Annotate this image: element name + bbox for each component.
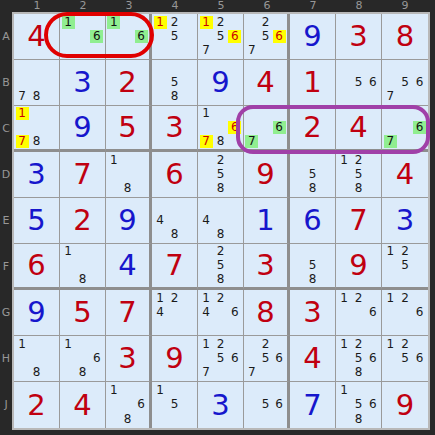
candidate-8-H1: 8 — [30, 366, 43, 379]
cell-value-D6: 9 — [244, 152, 287, 197]
cell-value-J9: 9 — [382, 382, 428, 428]
candidate-grid-H5: 12567 — [199, 337, 242, 380]
candidate-grid-H6: 2567 — [245, 337, 286, 380]
cell-A6[interactable]: 2567 — [244, 14, 290, 60]
cell-E1[interactable]: 5 — [14, 198, 60, 244]
cell-J5[interactable]: 3 — [198, 382, 244, 428]
col-label-8: 8 — [336, 0, 382, 12]
candidate-5-B9: 5 — [398, 76, 411, 89]
candidate-grid-H2: 168 — [61, 337, 104, 380]
cell-J1[interactable]: 2 — [14, 382, 60, 428]
candidate-7-C5: 7 — [200, 135, 213, 148]
cell-value-H7: 4 — [290, 336, 335, 381]
col-label-1: 1 — [14, 0, 60, 12]
candidate-8-D8: 8 — [352, 182, 365, 195]
candidate-2-H6: 2 — [259, 338, 272, 351]
candidate-5-F5: 5 — [214, 259, 227, 272]
row-label-J: J — [0, 382, 12, 428]
cell-G7[interactable]: 3 — [290, 290, 336, 336]
candidate-2-G9: 2 — [398, 292, 411, 305]
candidate-8-D7: 8 — [306, 182, 319, 195]
candidate-7-B9: 7 — [384, 90, 397, 103]
candidate-7-C1: 7 — [16, 135, 29, 148]
candidate-6-A6: 6 — [273, 30, 286, 43]
cell-J8[interactable]: 1568 — [336, 382, 382, 428]
cell-G1[interactable]: 9 — [14, 290, 60, 336]
candidate-1-H2: 1 — [62, 338, 75, 351]
cell-value-E2: 2 — [60, 198, 105, 243]
candidate-grid-C9: 67 — [383, 107, 427, 148]
candidate-1-H8: 1 — [338, 338, 351, 351]
cell-B3[interactable]: 2 — [106, 60, 152, 106]
cell-A5[interactable]: 12567 — [198, 14, 244, 60]
candidate-8-C1: 8 — [30, 135, 43, 148]
candidate-grid-E5: 48 — [199, 199, 242, 242]
cell-value-E3: 9 — [106, 198, 149, 243]
cell-J3[interactable]: 168 — [106, 382, 152, 428]
candidate-2-A5: 2 — [214, 16, 227, 29]
candidate-6-J6: 6 — [273, 398, 286, 411]
col-label-5: 5 — [198, 0, 244, 12]
cell-A9[interactable]: 8 — [382, 14, 428, 60]
candidate-1-H5: 1 — [200, 338, 213, 351]
candidate-6-H8: 6 — [366, 352, 379, 365]
candidate-1-H9: 1 — [384, 338, 397, 351]
cell-A1[interactable]: 4 — [14, 14, 60, 60]
cell-H8[interactable]: 12568 — [336, 336, 382, 382]
cell-H6[interactable]: 2567 — [244, 336, 290, 382]
row-label-D: D — [0, 152, 12, 198]
cell-G2[interactable]: 5 — [60, 290, 106, 336]
candidate-8-B4: 8 — [168, 90, 181, 103]
candidate-5-H5: 5 — [214, 352, 227, 365]
cell-J6[interactable]: 56 — [244, 382, 290, 428]
candidate-grid-J6: 56 — [245, 383, 286, 427]
candidate-grid-H9: 1256 — [383, 337, 427, 380]
candidate-1-A3: 1 — [107, 16, 120, 29]
candidate-grid-D3: 18 — [107, 153, 148, 196]
cell-value-D2: 7 — [60, 152, 105, 197]
cell-E7[interactable]: 6 — [290, 198, 336, 244]
candidate-6-A5: 6 — [228, 30, 241, 43]
cell-G6[interactable]: 8 — [244, 290, 290, 336]
candidate-4-G4: 4 — [154, 306, 167, 319]
candidate-grid-C1: 178 — [15, 107, 58, 148]
cell-H2[interactable]: 168 — [60, 336, 106, 382]
candidate-8-E4: 8 — [168, 228, 181, 241]
cell-B9[interactable]: 567 — [382, 60, 428, 106]
cell-value-J2: 4 — [60, 382, 105, 428]
cell-D3[interactable]: 18 — [106, 152, 152, 198]
cell-A7[interactable]: 9 — [290, 14, 336, 60]
candidate-grid-E4: 48 — [153, 199, 196, 242]
cell-D4[interactable]: 6 — [152, 152, 198, 198]
candidate-grid-A6: 2567 — [245, 15, 286, 58]
cell-value-A8: 3 — [336, 14, 381, 59]
candidate-5-F7: 5 — [306, 259, 319, 272]
candidate-grid-J3: 168 — [107, 383, 148, 427]
cell-value-F8: 9 — [336, 244, 381, 287]
candidate-4-E5: 4 — [200, 214, 213, 227]
cell-value-H3: 3 — [106, 336, 149, 381]
candidate-grid-G4: 124 — [153, 291, 196, 334]
cell-A4[interactable]: 125 — [152, 14, 198, 60]
candidate-2-F5: 2 — [214, 245, 227, 258]
candidate-1-H1: 1 — [16, 338, 29, 351]
candidate-6-J3: 6 — [135, 398, 148, 411]
cell-E9[interactable]: 3 — [382, 198, 428, 244]
cell-value-J5: 3 — [198, 382, 243, 428]
row-label-G: G — [0, 290, 12, 336]
candidate-5-J8: 5 — [352, 398, 365, 411]
cell-J7[interactable]: 7 — [290, 382, 336, 428]
candidate-grid-B4: 58 — [153, 61, 196, 104]
candidate-1-D3: 1 — [107, 154, 120, 167]
cell-value-A7: 9 — [290, 14, 335, 59]
candidate-6-A3: 6 — [135, 30, 148, 43]
cell-A3[interactable]: 16 — [106, 14, 152, 60]
cell-value-C3: 5 — [106, 106, 149, 149]
candidate-grid-D8: 1258 — [337, 153, 380, 196]
candidate-6-G8: 6 — [366, 306, 379, 319]
candidate-6-B8: 6 — [366, 76, 379, 89]
cell-F4[interactable]: 7 — [152, 244, 198, 290]
cell-C7[interactable]: 2 — [290, 106, 336, 152]
cell-value-D9: 4 — [382, 152, 428, 197]
cell-D8[interactable]: 1258 — [336, 152, 382, 198]
col-label-9: 9 — [382, 0, 428, 12]
candidate-6-H5: 6 — [228, 352, 241, 365]
cell-B8[interactable]: 56 — [336, 60, 382, 106]
candidate-grid-G5: 1246 — [199, 291, 242, 334]
candidate-5-D7: 5 — [306, 168, 319, 181]
cell-H7[interactable]: 4 — [290, 336, 336, 382]
row-label-F: F — [0, 244, 12, 290]
cell-value-E9: 3 — [382, 198, 428, 243]
cell-G9[interactable]: 126 — [382, 290, 428, 336]
candidate-grid-G8: 126 — [337, 291, 380, 334]
candidate-6-H9: 6 — [413, 352, 426, 365]
cell-D9[interactable]: 4 — [382, 152, 428, 198]
row-labels: ABCDEFGHJ — [0, 14, 12, 428]
candidate-5-A6: 5 — [259, 30, 272, 43]
cell-G4[interactable]: 124 — [152, 290, 198, 336]
candidate-1-G9: 1 — [384, 292, 397, 305]
cell-value-F1: 6 — [14, 244, 59, 287]
candidate-1-A5: 1 — [200, 16, 213, 29]
candidate-8-C5: 8 — [214, 135, 227, 148]
cell-F3[interactable]: 4 — [106, 244, 152, 290]
cell-C8[interactable]: 4 — [336, 106, 382, 152]
candidate-5-D5: 5 — [214, 168, 227, 181]
candidate-7-H6: 7 — [245, 366, 258, 379]
cell-value-A9: 8 — [382, 14, 428, 59]
candidate-2-H8: 2 — [352, 338, 365, 351]
candidate-8-F2: 8 — [76, 273, 89, 286]
cell-C5[interactable]: 1678 — [198, 106, 244, 152]
candidate-grid-C5: 1678 — [199, 107, 242, 148]
candidate-6-C9: 6 — [413, 121, 426, 134]
col-label-3: 3 — [106, 0, 152, 12]
candidate-grid-D7: 58 — [291, 153, 334, 196]
candidate-grid-A5: 12567 — [199, 15, 242, 58]
cell-value-B5: 9 — [198, 60, 243, 105]
cell-F9[interactable]: 125 — [382, 244, 428, 290]
cell-J2[interactable]: 4 — [60, 382, 106, 428]
cell-value-B2: 3 — [60, 60, 105, 105]
candidate-8-H8: 8 — [352, 366, 365, 379]
candidate-7-H5: 7 — [200, 366, 213, 379]
cell-G8[interactable]: 126 — [336, 290, 382, 336]
cell-value-A1: 4 — [14, 14, 59, 59]
cell-A2[interactable]: 16 — [60, 14, 106, 60]
cell-value-F4: 7 — [152, 244, 197, 287]
row-label-A: A — [0, 14, 12, 60]
candidate-2-H5: 2 — [214, 338, 227, 351]
candidate-grid-A3: 16 — [107, 15, 148, 58]
candidate-2-F9: 2 — [398, 245, 411, 258]
candidate-4-E4: 4 — [154, 214, 167, 227]
row-label-B: B — [0, 60, 12, 106]
candidate-8-D5: 8 — [214, 182, 227, 195]
cell-value-G6: 8 — [244, 290, 287, 335]
candidate-8-E5: 8 — [214, 228, 227, 241]
candidate-2-G8: 2 — [352, 292, 365, 305]
candidate-1-F2: 1 — [62, 245, 75, 258]
cell-value-G7: 3 — [290, 290, 335, 335]
candidate-8-J3: 8 — [121, 413, 134, 426]
candidate-2-A6: 2 — [259, 16, 272, 29]
candidate-2-A4: 2 — [168, 16, 181, 29]
cell-F8[interactable]: 9 — [336, 244, 382, 290]
candidate-5-A4: 5 — [168, 30, 181, 43]
candidate-5-H8: 5 — [352, 352, 365, 365]
candidate-6-H6: 6 — [273, 352, 286, 365]
candidate-2-H9: 2 — [398, 338, 411, 351]
candidate-grid-H1: 18 — [15, 337, 58, 380]
candidate-1-G4: 1 — [154, 292, 167, 305]
candidate-8-F5: 8 — [214, 273, 227, 286]
cell-E5[interactable]: 48 — [198, 198, 244, 244]
candidate-6-C6: 6 — [273, 121, 286, 134]
candidate-6-G9: 6 — [413, 306, 426, 319]
candidate-5-J6: 5 — [259, 398, 272, 411]
row-label-E: E — [0, 198, 12, 244]
cell-B4[interactable]: 58 — [152, 60, 198, 106]
candidate-8-D3: 8 — [121, 182, 134, 195]
cell-E3[interactable]: 9 — [106, 198, 152, 244]
cell-D5[interactable]: 258 — [198, 152, 244, 198]
candidate-6-C5: 6 — [228, 121, 241, 134]
row-label-H: H — [0, 336, 12, 382]
candidate-6-H2: 6 — [90, 352, 103, 365]
candidate-6-J8: 6 — [366, 398, 379, 411]
sudoku-app: 123456789 ABCDEFGHJ 41616125125672567938… — [0, 0, 435, 435]
cell-F7[interactable]: 58 — [290, 244, 336, 290]
candidate-2-G4: 2 — [168, 292, 181, 305]
cell-value-F3: 4 — [106, 244, 149, 287]
candidate-2-D8: 2 — [352, 154, 365, 167]
candidate-grid-B8: 56 — [337, 61, 380, 104]
cell-C4[interactable]: 3 — [152, 106, 198, 152]
cell-F5[interactable]: 258 — [198, 244, 244, 290]
candidate-5-D8: 5 — [352, 168, 365, 181]
cell-value-E6: 1 — [244, 198, 287, 243]
candidate-grid-F9: 125 — [383, 245, 427, 286]
cell-value-G2: 5 — [60, 290, 105, 335]
cell-value-B6: 4 — [244, 60, 287, 105]
candidate-8-J8: 8 — [352, 413, 365, 426]
cell-value-C2: 9 — [60, 106, 105, 149]
cell-H3[interactable]: 3 — [106, 336, 152, 382]
col-label-2: 2 — [60, 0, 106, 12]
candidate-2-D5: 2 — [214, 154, 227, 167]
candidate-6-B9: 6 — [413, 76, 426, 89]
cell-C1[interactable]: 178 — [14, 106, 60, 152]
cell-H9[interactable]: 1256 — [382, 336, 428, 382]
candidate-7-C9: 7 — [384, 135, 397, 148]
cell-value-E7: 6 — [290, 198, 335, 243]
cell-C9[interactable]: 67 — [382, 106, 428, 152]
cell-H4[interactable]: 9 — [152, 336, 198, 382]
candidate-8-B1: 8 — [30, 90, 43, 103]
cell-value-C4: 3 — [152, 106, 197, 149]
cell-value-B3: 2 — [106, 60, 149, 105]
column-labels: 123456789 — [14, 0, 428, 12]
col-label-7: 7 — [290, 0, 336, 12]
cell-B2[interactable]: 3 — [60, 60, 106, 106]
candidate-8-H2: 8 — [76, 366, 89, 379]
col-label-6: 6 — [244, 0, 290, 12]
cell-G3[interactable]: 7 — [106, 290, 152, 336]
candidate-1-A2: 1 — [62, 16, 75, 29]
candidate-1-C5: 1 — [200, 107, 213, 120]
candidate-8-F7: 8 — [306, 273, 319, 286]
cell-value-D4: 6 — [152, 152, 197, 197]
cell-J4[interactable]: 15 — [152, 382, 198, 428]
cell-B7[interactable]: 1 — [290, 60, 336, 106]
candidate-grid-B1: 78 — [15, 61, 58, 104]
candidate-5-B8: 5 — [352, 76, 365, 89]
cell-value-J1: 2 — [14, 382, 59, 428]
cell-D6[interactable]: 9 — [244, 152, 290, 198]
cell-value-G3: 7 — [106, 290, 149, 335]
candidate-7-B1: 7 — [16, 90, 29, 103]
candidate-7-A6: 7 — [245, 44, 258, 57]
candidate-5-J4: 5 — [168, 398, 181, 411]
candidate-grid-G9: 126 — [383, 291, 427, 334]
candidate-5-A5: 5 — [214, 30, 227, 43]
cell-value-E8: 7 — [336, 198, 381, 243]
cell-E4[interactable]: 48 — [152, 198, 198, 244]
candidate-5-H9: 5 — [398, 352, 411, 365]
candidate-grid-B9: 567 — [383, 61, 427, 104]
cell-H5[interactable]: 12567 — [198, 336, 244, 382]
cell-value-B7: 1 — [290, 60, 335, 105]
cell-D7[interactable]: 58 — [290, 152, 336, 198]
candidate-1-A4: 1 — [154, 16, 167, 29]
candidate-grid-F2: 18 — [61, 245, 104, 286]
cell-J9[interactable]: 9 — [382, 382, 428, 428]
candidate-grid-D5: 258 — [199, 153, 242, 196]
cell-E2[interactable]: 2 — [60, 198, 106, 244]
candidate-grid-J4: 15 — [153, 383, 196, 427]
candidate-1-F9: 1 — [384, 245, 397, 258]
cell-B5[interactable]: 9 — [198, 60, 244, 106]
candidate-6-A2: 6 — [90, 30, 103, 43]
cell-F2[interactable]: 18 — [60, 244, 106, 290]
cell-G5[interactable]: 1246 — [198, 290, 244, 336]
cell-value-F6: 3 — [244, 244, 287, 287]
candidate-grid-C6: 67 — [245, 107, 286, 148]
candidate-7-A5: 7 — [200, 44, 213, 57]
cell-F1[interactable]: 6 — [14, 244, 60, 290]
candidate-grid-J8: 1568 — [337, 383, 380, 427]
candidate-grid-F7: 58 — [291, 245, 334, 286]
candidate-5-B4: 5 — [168, 76, 181, 89]
candidate-1-G8: 1 — [338, 292, 351, 305]
candidate-1-J3: 1 — [107, 384, 120, 397]
candidate-5-H6: 5 — [259, 352, 272, 365]
row-label-C: C — [0, 106, 12, 152]
cell-H1[interactable]: 18 — [14, 336, 60, 382]
candidate-7-C6: 7 — [245, 135, 258, 148]
cell-value-E1: 5 — [14, 198, 59, 243]
candidate-grid-A4: 125 — [153, 15, 196, 58]
cell-value-H4: 9 — [152, 336, 197, 381]
cell-D2[interactable]: 7 — [60, 152, 106, 198]
candidate-1-C1: 1 — [16, 107, 29, 120]
cell-A8[interactable]: 3 — [336, 14, 382, 60]
candidate-grid-H8: 12568 — [337, 337, 380, 380]
cell-F6[interactable]: 3 — [244, 244, 290, 290]
candidate-1-G5: 1 — [200, 292, 213, 305]
candidate-grid-A2: 16 — [61, 15, 104, 58]
cell-B6[interactable]: 4 — [244, 60, 290, 106]
cell-value-G1: 9 — [14, 290, 59, 335]
candidate-5-F9: 5 — [398, 259, 411, 272]
col-label-4: 4 — [152, 0, 198, 12]
candidate-1-J4: 1 — [154, 384, 167, 397]
cell-value-C8: 4 — [336, 106, 381, 149]
candidate-4-G5: 4 — [200, 306, 213, 319]
cell-B1[interactable]: 78 — [14, 60, 60, 106]
candidate-1-J8: 1 — [338, 384, 351, 397]
candidate-6-G5: 6 — [228, 306, 241, 319]
cell-C3[interactable]: 5 — [106, 106, 152, 152]
cell-E8[interactable]: 7 — [336, 198, 382, 244]
cell-value-D1: 3 — [14, 152, 59, 197]
candidate-1-D8: 1 — [338, 154, 351, 167]
candidate-grid-F5: 258 — [199, 245, 242, 286]
cell-value-C7: 2 — [290, 106, 335, 149]
sudoku-board: 4161612512567256793878325894156567178953… — [12, 12, 430, 430]
cell-C2[interactable]: 9 — [60, 106, 106, 152]
cell-D1[interactable]: 3 — [14, 152, 60, 198]
cell-value-J7: 7 — [290, 382, 335, 428]
candidate-2-G5: 2 — [214, 292, 227, 305]
cell-E6[interactable]: 1 — [244, 198, 290, 244]
cell-C6[interactable]: 67 — [244, 106, 290, 152]
